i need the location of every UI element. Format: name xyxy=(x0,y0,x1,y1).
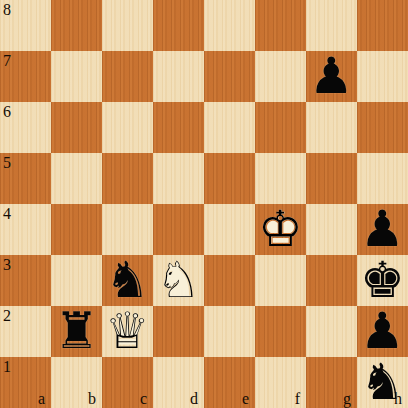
square-h2[interactable]: ♟ xyxy=(357,306,408,357)
white-king-f4[interactable]: ♚♔ xyxy=(255,204,306,255)
black-king-glyph: ♚ xyxy=(357,255,408,306)
black-pawn-h4[interactable]: ♟ xyxy=(357,204,408,255)
square-c4[interactable] xyxy=(102,204,153,255)
square-e8[interactable] xyxy=(204,0,255,51)
rank-label-7: 7 xyxy=(3,53,11,69)
square-e7[interactable] xyxy=(204,51,255,102)
square-g7[interactable]: ♟ xyxy=(306,51,357,102)
square-d5[interactable] xyxy=(153,153,204,204)
black-pawn-h2[interactable]: ♟ xyxy=(357,306,408,357)
square-b3[interactable] xyxy=(51,255,102,306)
square-c5[interactable] xyxy=(102,153,153,204)
black-pawn-glyph: ♟ xyxy=(357,204,408,255)
white-knight-d3[interactable]: ♞♘ xyxy=(153,255,204,306)
black-pawn-g7[interactable]: ♟ xyxy=(306,51,357,102)
square-h3[interactable]: ♚ xyxy=(357,255,408,306)
black-knight-glyph: ♞ xyxy=(102,255,153,306)
black-knight-h1[interactable]: ♞ xyxy=(357,357,408,408)
square-g1[interactable]: g xyxy=(306,357,357,408)
file-label-g: g xyxy=(343,391,351,407)
white-king-outline-glyph: ♔ xyxy=(255,204,306,255)
white-queen-c2[interactable]: ♛♕ xyxy=(102,306,153,357)
file-label-c: c xyxy=(140,391,147,407)
square-g2[interactable] xyxy=(306,306,357,357)
square-e5[interactable] xyxy=(204,153,255,204)
square-g4[interactable] xyxy=(306,204,357,255)
square-h5[interactable] xyxy=(357,153,408,204)
rank-label-8: 8 xyxy=(3,2,11,18)
square-e3[interactable] xyxy=(204,255,255,306)
square-b1[interactable]: b xyxy=(51,357,102,408)
square-f7[interactable] xyxy=(255,51,306,102)
rank-label-5: 5 xyxy=(3,155,11,171)
square-f6[interactable] xyxy=(255,102,306,153)
square-c1[interactable]: c xyxy=(102,357,153,408)
square-c8[interactable] xyxy=(102,0,153,51)
square-c3[interactable]: ♞ xyxy=(102,255,153,306)
square-f5[interactable] xyxy=(255,153,306,204)
white-queen-outline-glyph: ♕ xyxy=(102,306,153,357)
square-a7[interactable]: 7 xyxy=(0,51,51,102)
black-pawn-glyph: ♟ xyxy=(357,306,408,357)
square-d7[interactable] xyxy=(153,51,204,102)
square-b4[interactable] xyxy=(51,204,102,255)
square-e4[interactable] xyxy=(204,204,255,255)
square-g3[interactable] xyxy=(306,255,357,306)
file-label-a: a xyxy=(38,391,45,407)
square-f2[interactable] xyxy=(255,306,306,357)
rank-label-6: 6 xyxy=(3,104,11,120)
square-a3[interactable]: 3 xyxy=(0,255,51,306)
square-h4[interactable]: ♟ xyxy=(357,204,408,255)
square-d2[interactable] xyxy=(153,306,204,357)
rank-label-3: 3 xyxy=(3,257,11,273)
square-d1[interactable]: d xyxy=(153,357,204,408)
square-f4[interactable]: ♚♔ xyxy=(255,204,306,255)
square-b8[interactable] xyxy=(51,0,102,51)
square-d3[interactable]: ♞♘ xyxy=(153,255,204,306)
square-a5[interactable]: 5 xyxy=(0,153,51,204)
black-rook-b2[interactable]: ♜ xyxy=(51,306,102,357)
black-knight-c3[interactable]: ♞ xyxy=(102,255,153,306)
square-b2[interactable]: ♜ xyxy=(51,306,102,357)
rank-label-1: 1 xyxy=(3,359,11,375)
square-c6[interactable] xyxy=(102,102,153,153)
file-label-f: f xyxy=(295,391,300,407)
file-label-e: e xyxy=(242,391,249,407)
square-d4[interactable] xyxy=(153,204,204,255)
square-g5[interactable] xyxy=(306,153,357,204)
black-king-h3[interactable]: ♚ xyxy=(357,255,408,306)
square-g6[interactable] xyxy=(306,102,357,153)
chess-board: 87♟654♚♔♟3♞♞♘♚2♜♛♕♟1abcdefgh♞ xyxy=(0,0,408,408)
square-a8[interactable]: 8 xyxy=(0,0,51,51)
square-h8[interactable] xyxy=(357,0,408,51)
square-b5[interactable] xyxy=(51,153,102,204)
square-f3[interactable] xyxy=(255,255,306,306)
square-e1[interactable]: e xyxy=(204,357,255,408)
square-e2[interactable] xyxy=(204,306,255,357)
square-h1[interactable]: h♞ xyxy=(357,357,408,408)
square-g8[interactable] xyxy=(306,0,357,51)
square-h7[interactable] xyxy=(357,51,408,102)
square-h6[interactable] xyxy=(357,102,408,153)
square-d8[interactable] xyxy=(153,0,204,51)
black-pawn-glyph: ♟ xyxy=(306,51,357,102)
rank-label-4: 4 xyxy=(3,206,11,222)
square-a1[interactable]: 1a xyxy=(0,357,51,408)
square-a4[interactable]: 4 xyxy=(0,204,51,255)
rank-label-2: 2 xyxy=(3,308,11,324)
square-b7[interactable] xyxy=(51,51,102,102)
square-e6[interactable] xyxy=(204,102,255,153)
square-f8[interactable] xyxy=(255,0,306,51)
file-label-d: d xyxy=(190,391,198,407)
square-a6[interactable]: 6 xyxy=(0,102,51,153)
black-knight-glyph: ♞ xyxy=(357,357,408,408)
square-f1[interactable]: f xyxy=(255,357,306,408)
square-a2[interactable]: 2 xyxy=(0,306,51,357)
white-knight-outline-glyph: ♘ xyxy=(153,255,204,306)
black-rook-glyph: ♜ xyxy=(51,306,102,357)
square-c7[interactable] xyxy=(102,51,153,102)
square-c2[interactable]: ♛♕ xyxy=(102,306,153,357)
square-d6[interactable] xyxy=(153,102,204,153)
file-label-b: b xyxy=(88,391,96,407)
square-b6[interactable] xyxy=(51,102,102,153)
